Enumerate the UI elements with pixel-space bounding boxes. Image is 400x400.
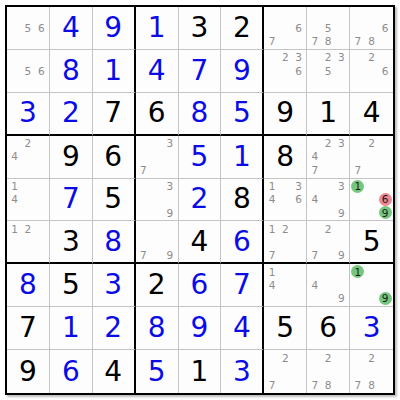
candidate-grid: 578 bbox=[308, 8, 348, 48]
candidate-5[interactable]: 5 bbox=[21, 64, 34, 77]
candidate-slot-empty bbox=[365, 206, 379, 219]
candidate-slot-empty bbox=[21, 163, 34, 176]
candidate-slot-empty bbox=[365, 8, 379, 21]
candidate-6[interactable]: 6 bbox=[35, 21, 48, 34]
candidate-grid: 79 bbox=[137, 222, 177, 261]
candidate-9[interactable]: 9 bbox=[335, 292, 348, 305]
solved-digit: 4 bbox=[148, 57, 166, 85]
candidate-slot-empty bbox=[308, 351, 321, 365]
cell-r8c9[interactable]: 3 bbox=[350, 307, 393, 350]
cell-r1c9[interactable]: 678 bbox=[350, 7, 393, 50]
candidate-slot-empty bbox=[292, 248, 305, 261]
cell-r6c8[interactable]: 279 bbox=[307, 221, 350, 264]
candidate-slot-empty bbox=[265, 64, 278, 77]
cell-r9c5[interactable]: 1 bbox=[179, 350, 222, 393]
candidate-3[interactable]: 3 bbox=[292, 51, 305, 64]
candidate-2[interactable]: 2 bbox=[279, 351, 292, 365]
candidate-slot-empty bbox=[35, 248, 48, 261]
cell-r4c4[interactable]: 37 bbox=[136, 136, 179, 179]
candidate-grid: 1346 bbox=[265, 180, 305, 220]
candidate-slot-empty bbox=[335, 163, 348, 176]
candidate-slot-empty bbox=[163, 163, 176, 176]
cell-r1c1[interactable]: 56 bbox=[7, 7, 50, 50]
candidate-8[interactable]: 8 bbox=[322, 35, 335, 48]
candidate-4[interactable]: 4 bbox=[308, 193, 321, 206]
cell-r6c5[interactable]: 4 bbox=[179, 221, 222, 264]
candidate-slot-empty bbox=[279, 365, 292, 379]
candidate-4[interactable]: 4 bbox=[8, 150, 21, 163]
cell-r8c2[interactable]: 1 bbox=[50, 307, 93, 350]
candidate-slot-empty bbox=[335, 365, 348, 379]
candidate-slot-empty bbox=[335, 193, 348, 206]
candidate-slot-empty bbox=[365, 265, 379, 278]
cell-r1c5[interactable]: 3 bbox=[179, 7, 222, 50]
candidate-slot-empty bbox=[308, 292, 321, 305]
candidate-slot-empty bbox=[292, 279, 305, 292]
given-digit: 6 bbox=[319, 314, 337, 342]
cell-r6c3[interactable]: 8 bbox=[93, 221, 136, 264]
cell-r1c7[interactable]: 67 bbox=[264, 7, 307, 50]
candidate-3[interactable]: 3 bbox=[163, 137, 176, 150]
cell-r3c2[interactable]: 2 bbox=[50, 93, 93, 136]
given-digit: 8 bbox=[276, 143, 294, 171]
candidate-slot-empty bbox=[378, 8, 392, 21]
candidate-grid: 19 bbox=[351, 265, 392, 305]
candidate-3[interactable]: 3 bbox=[335, 137, 348, 150]
candidate-grid: 37 bbox=[137, 137, 177, 177]
candidate-slot-empty bbox=[21, 248, 34, 261]
cell-r3c8[interactable]: 1 bbox=[307, 93, 350, 136]
cell-r6c4[interactable]: 79 bbox=[136, 221, 179, 264]
candidate-slot-empty bbox=[335, 222, 348, 235]
cell-r1c8[interactable]: 578 bbox=[307, 7, 350, 50]
cell-r9c4[interactable]: 5 bbox=[136, 350, 179, 393]
candidate-7[interactable]: 7 bbox=[265, 378, 278, 392]
cell-r3c6[interactable]: 5 bbox=[221, 93, 264, 136]
candidate-slot-empty bbox=[308, 265, 321, 278]
candidate-slot-empty bbox=[163, 235, 176, 248]
candidate-grid: 279 bbox=[308, 222, 348, 261]
candidate-slot-empty bbox=[163, 193, 176, 206]
candidate-2[interactable]: 2 bbox=[322, 351, 335, 365]
candidate-slot-empty bbox=[137, 235, 150, 248]
cell-r9c3[interactable]: 4 bbox=[93, 350, 136, 393]
candidate-slot-empty bbox=[8, 206, 21, 219]
solved-digit: 5 bbox=[233, 99, 251, 127]
candidate-slot-empty bbox=[292, 235, 305, 248]
candidate-7[interactable]: 7 bbox=[351, 163, 365, 176]
candidate-3[interactable]: 3 bbox=[292, 180, 305, 193]
cell-r8c4[interactable]: 8 bbox=[136, 307, 179, 350]
candidate-grid: 27 bbox=[351, 137, 392, 177]
candidate-4[interactable]: 4 bbox=[308, 279, 321, 292]
cell-r7c7[interactable]: 14 bbox=[264, 264, 307, 307]
candidate-7[interactable]: 7 bbox=[308, 248, 321, 261]
cell-r1c4[interactable]: 1 bbox=[136, 7, 179, 50]
candidate-5[interactable]: 5 bbox=[322, 21, 335, 34]
candidate-4[interactable]: 4 bbox=[8, 193, 21, 206]
candidate-slot-empty bbox=[35, 150, 48, 163]
candidate-slot-empty bbox=[35, 137, 48, 150]
candidate-slot-empty bbox=[137, 193, 150, 206]
candidate-7[interactable]: 7 bbox=[308, 163, 321, 176]
sudoku-board: 5649132675786785681479236235263276859142… bbox=[5, 5, 395, 395]
candidate-grid: 14 bbox=[8, 180, 48, 220]
candidate-1[interactable]: 1 bbox=[265, 180, 278, 193]
given-digit: 2 bbox=[148, 271, 166, 299]
candidate-slot-empty bbox=[308, 180, 321, 193]
candidate-1-circle-green[interactable]: 1 bbox=[351, 265, 364, 278]
cell-r5c4[interactable]: 39 bbox=[136, 179, 179, 222]
candidate-slot-empty bbox=[150, 163, 163, 176]
candidate-7[interactable]: 7 bbox=[308, 35, 321, 48]
solved-digit: 3 bbox=[104, 271, 122, 299]
given-digit: 9 bbox=[276, 99, 294, 127]
candidate-slot-empty bbox=[21, 77, 34, 90]
candidate-6[interactable]: 6 bbox=[292, 21, 305, 34]
solved-digit: 9 bbox=[104, 14, 122, 42]
candidate-slot-empty bbox=[365, 193, 379, 206]
cell-r7c3[interactable]: 3 bbox=[93, 264, 136, 307]
candidate-slot-empty bbox=[322, 193, 335, 206]
candidate-slot-empty bbox=[150, 222, 163, 235]
cell-r3c3[interactable]: 7 bbox=[93, 93, 136, 136]
solved-digit: 6 bbox=[62, 358, 80, 386]
cell-r9c7[interactable]: 27 bbox=[264, 350, 307, 393]
candidate-slot-empty bbox=[335, 378, 348, 392]
cell-r8c6[interactable]: 4 bbox=[221, 307, 264, 350]
candidate-slot-empty bbox=[292, 365, 305, 379]
candidate-6[interactable]: 6 bbox=[35, 64, 48, 77]
candidate-slot-empty bbox=[292, 378, 305, 392]
candidate-slot-empty bbox=[35, 51, 48, 64]
candidate-1-circle-green[interactable]: 1 bbox=[351, 180, 364, 193]
cell-r6c9[interactable]: 5 bbox=[350, 221, 393, 264]
candidate-7[interactable]: 7 bbox=[265, 35, 278, 48]
candidate-slot-empty bbox=[35, 193, 48, 206]
candidate-8[interactable]: 8 bbox=[322, 378, 335, 392]
candidate-slot-empty bbox=[265, 235, 278, 248]
cell-r9c9[interactable]: 278 bbox=[350, 350, 393, 393]
candidate-slot-empty bbox=[322, 365, 335, 379]
candidate-2[interactable]: 2 bbox=[322, 51, 335, 64]
given-digit: 8 bbox=[233, 185, 251, 213]
candidate-7[interactable]: 7 bbox=[265, 248, 278, 261]
solved-digit: 7 bbox=[233, 271, 251, 299]
candidate-8[interactable]: 8 bbox=[365, 35, 379, 48]
candidate-9[interactable]: 9 bbox=[163, 248, 176, 261]
cell-r6c1[interactable]: 12 bbox=[7, 221, 50, 264]
candidate-2[interactable]: 2 bbox=[279, 222, 292, 235]
cell-r7c1[interactable]: 8 bbox=[7, 264, 50, 307]
candidate-7[interactable]: 7 bbox=[137, 163, 150, 176]
candidate-slot-empty bbox=[378, 378, 392, 392]
cell-r8c8[interactable]: 6 bbox=[307, 307, 350, 350]
candidate-slot-empty bbox=[292, 351, 305, 365]
candidate-slot-empty bbox=[322, 235, 335, 248]
candidate-4[interactable]: 4 bbox=[265, 193, 278, 206]
cell-r2c4[interactable]: 4 bbox=[136, 50, 179, 93]
candidate-3[interactable]: 3 bbox=[335, 180, 348, 193]
candidate-slot-empty bbox=[279, 180, 292, 193]
candidate-4[interactable]: 4 bbox=[265, 279, 278, 292]
cell-r5c7[interactable]: 1346 bbox=[264, 179, 307, 222]
candidate-slot-empty bbox=[351, 193, 365, 206]
candidate-slot-empty bbox=[279, 35, 292, 48]
cell-r2c5[interactable]: 7 bbox=[179, 50, 222, 93]
candidate-slot-empty bbox=[35, 180, 48, 193]
candidate-slot-empty bbox=[8, 163, 21, 176]
candidate-slot-empty bbox=[335, 351, 348, 365]
candidate-2[interactable]: 2 bbox=[21, 222, 34, 235]
given-digit: 1 bbox=[191, 358, 209, 386]
solved-digit: 8 bbox=[191, 99, 209, 127]
cell-r1c3[interactable]: 9 bbox=[93, 7, 136, 50]
cell-r3c1[interactable]: 3 bbox=[7, 93, 50, 136]
candidate-9-circle-green[interactable]: 9 bbox=[379, 292, 392, 305]
cell-r4c2[interactable]: 9 bbox=[50, 136, 93, 179]
candidate-slot-empty bbox=[265, 365, 278, 379]
cell-r2c1[interactable]: 56 bbox=[7, 50, 50, 93]
candidate-3[interactable]: 3 bbox=[163, 180, 176, 193]
candidate-4[interactable]: 4 bbox=[308, 150, 321, 163]
candidate-5[interactable]: 5 bbox=[322, 64, 335, 77]
candidate-slot-empty bbox=[8, 137, 21, 150]
cell-r4c5[interactable]: 5 bbox=[179, 136, 222, 179]
cell-r5c8[interactable]: 349 bbox=[307, 179, 350, 222]
solved-digit: 6 bbox=[191, 271, 209, 299]
candidate-2[interactable]: 2 bbox=[365, 137, 379, 150]
solved-digit: 8 bbox=[148, 314, 166, 342]
cell-r4c3[interactable]: 6 bbox=[93, 136, 136, 179]
solved-digit: 7 bbox=[191, 57, 209, 85]
candidate-slot-empty bbox=[351, 150, 365, 163]
candidate-slot-empty bbox=[335, 8, 348, 21]
given-digit: 1 bbox=[319, 99, 337, 127]
candidate-slot-empty bbox=[322, 77, 335, 90]
candidate-2[interactable]: 2 bbox=[21, 137, 34, 150]
candidate-9-circle-green[interactable]: 9 bbox=[379, 206, 392, 219]
cell-r5c6[interactable]: 8 bbox=[221, 179, 264, 222]
cell-r5c1[interactable]: 14 bbox=[7, 179, 50, 222]
candidate-grid: 127 bbox=[265, 222, 305, 261]
cell-r4c8[interactable]: 2347 bbox=[307, 136, 350, 179]
cell-r2c9[interactable]: 26 bbox=[350, 50, 393, 93]
cell-r2c3[interactable]: 1 bbox=[93, 50, 136, 93]
candidate-slot-empty bbox=[322, 279, 335, 292]
candidate-grid: 49 bbox=[308, 265, 348, 305]
candidate-7[interactable]: 7 bbox=[351, 378, 365, 392]
candidate-slot-empty bbox=[8, 51, 21, 64]
candidate-slot-empty bbox=[351, 279, 365, 292]
candidate-slot-empty bbox=[279, 206, 292, 219]
cell-r9c6[interactable]: 3 bbox=[221, 350, 264, 393]
given-digit: 3 bbox=[191, 14, 209, 42]
candidate-slot-empty bbox=[279, 8, 292, 21]
given-digit: 5 bbox=[363, 228, 381, 256]
cell-r5c9[interactable]: 169 bbox=[350, 179, 393, 222]
cell-r4c1[interactable]: 24 bbox=[7, 136, 50, 179]
solved-digit: 2 bbox=[191, 185, 209, 213]
cell-r2c7[interactable]: 236 bbox=[264, 50, 307, 93]
cell-r7c5[interactable]: 6 bbox=[179, 264, 222, 307]
cell-r7c2[interactable]: 5 bbox=[50, 264, 93, 307]
cell-r1c6[interactable]: 2 bbox=[221, 7, 264, 50]
candidate-slot-empty bbox=[21, 35, 34, 48]
given-digit: 5 bbox=[276, 314, 294, 342]
candidate-slot-empty bbox=[292, 8, 305, 21]
candidate-grid: 56 bbox=[8, 51, 48, 91]
candidate-slot-empty bbox=[351, 292, 365, 305]
candidate-9[interactable]: 9 bbox=[335, 206, 348, 219]
candidate-6-circle-red[interactable]: 6 bbox=[379, 193, 392, 206]
candidate-slot-empty bbox=[8, 235, 21, 248]
cell-r7c9[interactable]: 19 bbox=[350, 264, 393, 307]
solved-digit: 8 bbox=[62, 57, 80, 85]
candidate-slot-empty bbox=[365, 77, 379, 90]
candidate-slot-empty bbox=[265, 21, 278, 34]
cell-r9c8[interactable]: 278 bbox=[307, 350, 350, 393]
candidate-slot-empty bbox=[137, 206, 150, 219]
candidate-slot-empty bbox=[322, 248, 335, 261]
candidate-slot-empty bbox=[279, 77, 292, 90]
solved-digit: 3 bbox=[233, 358, 251, 386]
candidate-slot-empty bbox=[322, 292, 335, 305]
candidate-6[interactable]: 6 bbox=[292, 193, 305, 206]
cell-r7c8[interactable]: 49 bbox=[307, 264, 350, 307]
cell-r8c5[interactable]: 9 bbox=[179, 307, 222, 350]
candidate-slot-empty bbox=[308, 235, 321, 248]
candidate-slot-empty bbox=[150, 150, 163, 163]
candidate-7[interactable]: 7 bbox=[351, 35, 365, 48]
candidate-3[interactable]: 3 bbox=[335, 51, 348, 64]
candidate-slot-empty bbox=[378, 35, 392, 48]
cell-r1c2[interactable]: 4 bbox=[50, 7, 93, 50]
given-digit: 4 bbox=[191, 228, 209, 256]
candidate-slot-empty bbox=[265, 8, 278, 21]
candidate-slot-empty bbox=[378, 365, 392, 379]
candidate-1[interactable]: 1 bbox=[265, 265, 278, 278]
cell-r3c7[interactable]: 9 bbox=[264, 93, 307, 136]
given-digit: 5 bbox=[104, 185, 122, 213]
candidate-8[interactable]: 8 bbox=[365, 378, 379, 392]
cell-r6c2[interactable]: 3 bbox=[50, 221, 93, 264]
candidate-slot-empty bbox=[351, 21, 365, 34]
candidate-slot-empty bbox=[150, 235, 163, 248]
candidate-9[interactable]: 9 bbox=[163, 206, 176, 219]
candidate-slot-empty bbox=[35, 222, 48, 235]
cell-r8c3[interactable]: 2 bbox=[93, 307, 136, 350]
candidate-slot-empty bbox=[8, 21, 21, 34]
candidate-6[interactable]: 6 bbox=[378, 21, 392, 34]
candidate-slot-empty bbox=[150, 248, 163, 261]
candidate-grid: 349 bbox=[308, 180, 348, 220]
candidate-slot-empty bbox=[308, 64, 321, 77]
cell-r4c6[interactable]: 1 bbox=[221, 136, 264, 179]
cell-r2c6[interactable]: 9 bbox=[221, 50, 264, 93]
candidate-slot-empty bbox=[292, 292, 305, 305]
cell-r9c2[interactable]: 6 bbox=[50, 350, 93, 393]
candidate-slot-empty bbox=[378, 279, 392, 292]
candidate-1[interactable]: 1 bbox=[265, 222, 278, 235]
cell-r7c6[interactable]: 7 bbox=[221, 264, 264, 307]
candidate-slot-empty bbox=[265, 206, 278, 219]
candidate-slot-empty bbox=[365, 64, 379, 77]
solved-digit: 5 bbox=[191, 143, 209, 171]
candidate-2[interactable]: 2 bbox=[365, 51, 379, 64]
cell-r7c4[interactable]: 2 bbox=[136, 264, 179, 307]
cell-r8c7[interactable]: 5 bbox=[264, 307, 307, 350]
cell-r2c2[interactable]: 8 bbox=[50, 50, 93, 93]
candidate-slot-empty bbox=[292, 222, 305, 235]
cell-r3c9[interactable]: 4 bbox=[350, 93, 393, 136]
candidate-slot-empty bbox=[35, 35, 48, 48]
candidate-slot-empty bbox=[292, 206, 305, 219]
candidate-slot-empty bbox=[279, 248, 292, 261]
solved-digit: 2 bbox=[104, 314, 122, 342]
candidate-slot-empty bbox=[8, 8, 21, 21]
candidate-slot-empty bbox=[279, 292, 292, 305]
solved-digit: 6 bbox=[233, 228, 251, 256]
candidate-slot-empty bbox=[137, 180, 150, 193]
solved-digit: 2 bbox=[62, 99, 80, 127]
candidate-slot-empty bbox=[335, 21, 348, 34]
candidate-1[interactable]: 1 bbox=[8, 222, 21, 235]
candidate-grid: 27 bbox=[265, 351, 305, 392]
candidate-slot-empty bbox=[150, 193, 163, 206]
candidate-2[interactable]: 2 bbox=[279, 51, 292, 64]
candidate-6[interactable]: 6 bbox=[292, 64, 305, 77]
solved-digit: 1 bbox=[233, 143, 251, 171]
cell-r4c7[interactable]: 8 bbox=[264, 136, 307, 179]
cell-r6c7[interactable]: 127 bbox=[264, 221, 307, 264]
candidate-6[interactable]: 6 bbox=[378, 64, 392, 77]
candidate-slot-empty bbox=[292, 77, 305, 90]
cell-r5c5[interactable]: 2 bbox=[179, 179, 222, 222]
candidate-9[interactable]: 9 bbox=[335, 248, 348, 261]
candidate-slot-empty bbox=[308, 51, 321, 64]
candidate-slot-empty bbox=[335, 235, 348, 248]
cell-r6c6[interactable]: 6 bbox=[221, 221, 264, 264]
candidate-7[interactable]: 7 bbox=[137, 248, 150, 261]
candidate-slot-empty bbox=[351, 137, 365, 150]
candidate-slot-empty bbox=[351, 351, 365, 365]
candidate-slot-empty bbox=[322, 8, 335, 21]
cell-r4c9[interactable]: 27 bbox=[350, 136, 393, 179]
candidate-2[interactable]: 2 bbox=[365, 351, 379, 365]
cell-r2c8[interactable]: 235 bbox=[307, 50, 350, 93]
cell-r3c4[interactable]: 6 bbox=[136, 93, 179, 136]
candidate-slot-empty bbox=[308, 77, 321, 90]
candidate-7[interactable]: 7 bbox=[308, 378, 321, 392]
cell-r5c3[interactable]: 5 bbox=[93, 179, 136, 222]
candidate-slot-empty bbox=[292, 35, 305, 48]
cell-r3c5[interactable]: 8 bbox=[179, 93, 222, 136]
candidate-2[interactable]: 2 bbox=[322, 137, 335, 150]
solved-digit: 4 bbox=[233, 314, 251, 342]
cell-r9c1[interactable]: 9 bbox=[7, 350, 50, 393]
candidate-slot-empty bbox=[365, 292, 379, 305]
candidate-1[interactable]: 1 bbox=[8, 180, 21, 193]
candidate-slot-empty bbox=[365, 279, 379, 292]
candidate-slot-empty bbox=[351, 51, 365, 64]
candidate-2[interactable]: 2 bbox=[322, 222, 335, 235]
cell-r8c1[interactable]: 7 bbox=[7, 307, 50, 350]
candidate-grid: 56 bbox=[8, 8, 48, 48]
cell-r5c2[interactable]: 7 bbox=[50, 179, 93, 222]
candidate-5[interactable]: 5 bbox=[21, 21, 34, 34]
candidate-slot-empty bbox=[21, 193, 34, 206]
